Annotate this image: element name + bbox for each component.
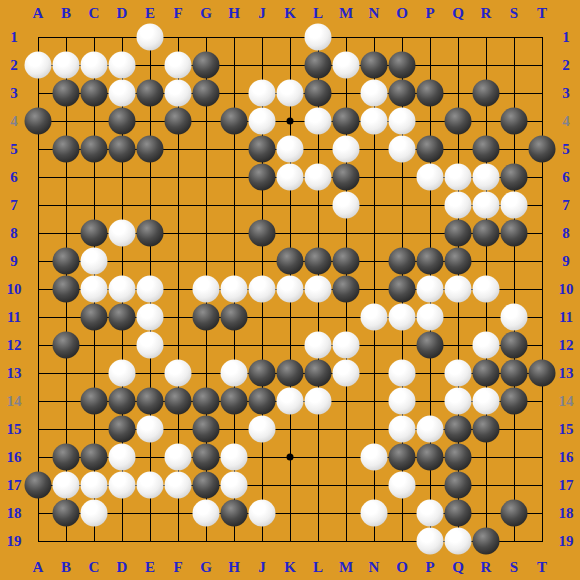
left-row-label-1: 1 [10,30,18,45]
black-stone-f14 [165,388,192,415]
black-stone-c11 [81,304,108,331]
black-stone-m6 [333,164,360,191]
black-stone-e14 [137,388,164,415]
white-stone-b2 [53,52,80,79]
black-stone-s6 [501,164,528,191]
top-column-label-g: G [200,6,212,21]
bottom-column-label-n: N [369,560,380,575]
left-row-label-9: 9 [10,254,18,269]
black-stone-e3 [137,80,164,107]
black-stone-a4 [25,108,52,135]
top-column-label-m: M [339,6,353,21]
white-stone-f16 [165,444,192,471]
left-row-label-18: 18 [7,506,22,521]
top-column-label-e: E [145,6,155,21]
white-stone-p18 [417,500,444,527]
black-stone-r3 [473,80,500,107]
bottom-column-label-l: L [313,560,323,575]
top-column-label-j: J [258,6,266,21]
white-stone-l6 [305,164,332,191]
bottom-column-label-h: H [228,560,240,575]
white-stone-p19 [417,528,444,555]
white-stone-p10 [417,276,444,303]
white-stone-d13 [109,360,136,387]
right-row-label-14: 14 [559,394,574,409]
left-row-label-2: 2 [10,58,18,73]
white-stone-d10 [109,276,136,303]
right-row-label-10: 10 [559,282,574,297]
white-stone-m2 [333,52,360,79]
white-stone-a2 [25,52,52,79]
black-stone-b9 [53,248,80,275]
white-stone-e12 [137,332,164,359]
black-stone-d14 [109,388,136,415]
right-row-label-7: 7 [562,198,570,213]
top-column-label-h: H [228,6,240,21]
white-stone-l1 [305,24,332,51]
white-stone-c17 [81,472,108,499]
black-stone-q4 [445,108,472,135]
black-stone-g11 [193,304,220,331]
white-stone-h16 [221,444,248,471]
white-stone-f13 [165,360,192,387]
black-stone-s14 [501,388,528,415]
black-stone-g2 [193,52,220,79]
white-stone-f17 [165,472,192,499]
white-stone-e11 [137,304,164,331]
black-stone-g17 [193,472,220,499]
white-stone-f2 [165,52,192,79]
black-stone-l9 [305,248,332,275]
right-row-label-1: 1 [562,30,570,45]
black-stone-n2 [361,52,388,79]
black-stone-c14 [81,388,108,415]
black-stone-e5 [137,136,164,163]
black-stone-s18 [501,500,528,527]
white-stone-r14 [473,388,500,415]
bottom-column-label-k: K [284,560,296,575]
black-stone-r13 [473,360,500,387]
black-stone-p12 [417,332,444,359]
left-row-label-19: 19 [7,534,22,549]
bottom-column-label-t: T [537,560,547,575]
top-column-label-f: F [173,6,182,21]
star-point-k4 [287,118,294,125]
left-row-label-12: 12 [7,338,22,353]
white-stone-e10 [137,276,164,303]
black-stone-b5 [53,136,80,163]
black-stone-h14 [221,388,248,415]
white-stone-k6 [277,164,304,191]
black-stone-j6 [249,164,276,191]
right-row-label-4: 4 [562,114,570,129]
black-stone-s4 [501,108,528,135]
bottom-column-label-q: Q [452,560,464,575]
white-stone-n11 [361,304,388,331]
black-stone-c3 [81,80,108,107]
white-stone-o17 [389,472,416,499]
left-row-label-14: 14 [7,394,22,409]
white-stone-e17 [137,472,164,499]
right-row-label-15: 15 [559,422,574,437]
white-stone-q14 [445,388,472,415]
right-row-label-8: 8 [562,226,570,241]
black-stone-h4 [221,108,248,135]
black-stone-t5 [529,136,556,163]
white-stone-d2 [109,52,136,79]
white-stone-q13 [445,360,472,387]
white-stone-e15 [137,416,164,443]
white-stone-c9 [81,248,108,275]
right-row-label-9: 9 [562,254,570,269]
top-column-label-k: K [284,6,296,21]
right-row-label-13: 13 [559,366,574,381]
white-stone-j15 [249,416,276,443]
black-stone-q9 [445,248,472,275]
black-stone-j5 [249,136,276,163]
left-row-label-4: 4 [10,114,18,129]
black-stone-q8 [445,220,472,247]
black-stone-s13 [501,360,528,387]
white-stone-o15 [389,416,416,443]
bottom-column-label-r: R [481,560,492,575]
white-stone-o4 [389,108,416,135]
black-stone-o2 [389,52,416,79]
bottom-column-label-m: M [339,560,353,575]
black-stone-d4 [109,108,136,135]
white-stone-o11 [389,304,416,331]
white-stone-g18 [193,500,220,527]
black-stone-p5 [417,136,444,163]
white-stone-l14 [305,388,332,415]
white-stone-m7 [333,192,360,219]
white-stone-m12 [333,332,360,359]
top-column-label-s: S [510,6,518,21]
white-stone-o14 [389,388,416,415]
black-stone-c5 [81,136,108,163]
white-stone-k14 [277,388,304,415]
right-row-label-18: 18 [559,506,574,521]
bottom-column-label-j: J [258,560,266,575]
black-stone-r8 [473,220,500,247]
top-column-label-b: B [61,6,71,21]
right-row-label-6: 6 [562,170,570,185]
white-stone-p6 [417,164,444,191]
bottom-column-label-c: C [89,560,100,575]
white-stone-j3 [249,80,276,107]
bottom-column-label-f: F [173,560,182,575]
left-row-label-15: 15 [7,422,22,437]
white-stone-s7 [501,192,528,219]
white-stone-h13 [221,360,248,387]
black-stone-s8 [501,220,528,247]
black-stone-d15 [109,416,136,443]
black-stone-p9 [417,248,444,275]
white-stone-n16 [361,444,388,471]
go-board-screenshot: AABBCCDDEEFFGGHHJJKKLLMMNNOOPPQQRRSSTT11… [0,0,580,580]
white-stone-q10 [445,276,472,303]
white-stone-o13 [389,360,416,387]
black-stone-q16 [445,444,472,471]
white-stone-r6 [473,164,500,191]
bottom-column-label-a: A [33,560,44,575]
black-stone-l3 [305,80,332,107]
white-stone-l12 [305,332,332,359]
right-row-label-16: 16 [559,450,574,465]
white-stone-r10 [473,276,500,303]
bottom-column-label-d: D [117,560,128,575]
white-stone-d17 [109,472,136,499]
black-stone-r5 [473,136,500,163]
black-stone-h11 [221,304,248,331]
white-stone-j10 [249,276,276,303]
black-stone-m9 [333,248,360,275]
white-stone-n3 [361,80,388,107]
white-stone-o5 [389,136,416,163]
black-stone-p16 [417,444,444,471]
left-row-label-3: 3 [10,86,18,101]
white-stone-d16 [109,444,136,471]
black-stone-c8 [81,220,108,247]
black-stone-m4 [333,108,360,135]
right-row-label-2: 2 [562,58,570,73]
black-stone-q17 [445,472,472,499]
white-stone-j18 [249,500,276,527]
black-stone-r19 [473,528,500,555]
black-stone-l2 [305,52,332,79]
black-stone-o3 [389,80,416,107]
top-column-label-n: N [369,6,380,21]
top-column-label-l: L [313,6,323,21]
bottom-column-label-o: O [396,560,408,575]
white-stone-b17 [53,472,80,499]
left-row-label-10: 10 [7,282,22,297]
black-stone-k9 [277,248,304,275]
black-stone-j8 [249,220,276,247]
white-stone-m13 [333,360,360,387]
black-stone-c16 [81,444,108,471]
black-stone-b16 [53,444,80,471]
black-stone-e8 [137,220,164,247]
white-stone-j4 [249,108,276,135]
right-row-label-17: 17 [559,478,574,493]
white-stone-k10 [277,276,304,303]
right-row-label-11: 11 [559,310,573,325]
right-row-label-12: 12 [559,338,574,353]
black-stone-s12 [501,332,528,359]
white-stone-c10 [81,276,108,303]
left-row-label-11: 11 [7,310,21,325]
black-stone-p3 [417,80,444,107]
left-row-label-6: 6 [10,170,18,185]
white-stone-q6 [445,164,472,191]
black-stone-k13 [277,360,304,387]
white-stone-l10 [305,276,332,303]
top-column-label-t: T [537,6,547,21]
right-row-label-5: 5 [562,142,570,157]
top-column-label-p: P [425,6,434,21]
black-stone-g3 [193,80,220,107]
white-stone-h17 [221,472,248,499]
left-row-label-5: 5 [10,142,18,157]
bottom-column-label-p: P [425,560,434,575]
white-stone-k3 [277,80,304,107]
white-stone-n18 [361,500,388,527]
black-stone-b18 [53,500,80,527]
black-stone-d11 [109,304,136,331]
left-row-label-13: 13 [7,366,22,381]
black-stone-q18 [445,500,472,527]
bottom-column-label-s: S [510,560,518,575]
white-stone-c18 [81,500,108,527]
white-stone-f3 [165,80,192,107]
black-stone-q15 [445,416,472,443]
black-stone-r15 [473,416,500,443]
black-stone-j14 [249,388,276,415]
black-stone-g16 [193,444,220,471]
white-stone-e1 [137,24,164,51]
white-stone-q7 [445,192,472,219]
black-stone-t13 [529,360,556,387]
black-stone-m10 [333,276,360,303]
white-stone-d8 [109,220,136,247]
bottom-column-label-g: G [200,560,212,575]
bottom-column-label-e: E [145,560,155,575]
black-stone-h18 [221,500,248,527]
top-column-label-q: Q [452,6,464,21]
right-row-label-3: 3 [562,86,570,101]
left-row-label-17: 17 [7,478,22,493]
white-stone-l4 [305,108,332,135]
black-stone-j13 [249,360,276,387]
black-stone-o10 [389,276,416,303]
black-stone-f4 [165,108,192,135]
black-stone-g15 [193,416,220,443]
white-stone-k5 [277,136,304,163]
top-column-label-d: D [117,6,128,21]
top-column-label-o: O [396,6,408,21]
left-row-label-8: 8 [10,226,18,241]
white-stone-q19 [445,528,472,555]
white-stone-s11 [501,304,528,331]
left-row-label-16: 16 [7,450,22,465]
white-stone-h10 [221,276,248,303]
top-column-label-r: R [481,6,492,21]
white-stone-p15 [417,416,444,443]
black-stone-g14 [193,388,220,415]
black-stone-b12 [53,332,80,359]
white-stone-p11 [417,304,444,331]
black-stone-d5 [109,136,136,163]
black-stone-a17 [25,472,52,499]
top-column-label-c: C [89,6,100,21]
black-stone-o9 [389,248,416,275]
top-column-label-a: A [33,6,44,21]
black-stone-b3 [53,80,80,107]
black-stone-o16 [389,444,416,471]
black-stone-l13 [305,360,332,387]
left-row-label-7: 7 [10,198,18,213]
right-row-label-19: 19 [559,534,574,549]
white-stone-m5 [333,136,360,163]
star-point-k16 [287,454,294,461]
white-stone-c2 [81,52,108,79]
white-stone-d3 [109,80,136,107]
white-stone-g10 [193,276,220,303]
white-stone-r12 [473,332,500,359]
black-stone-b10 [53,276,80,303]
bottom-column-label-b: B [61,560,71,575]
white-stone-n4 [361,108,388,135]
white-stone-r7 [473,192,500,219]
